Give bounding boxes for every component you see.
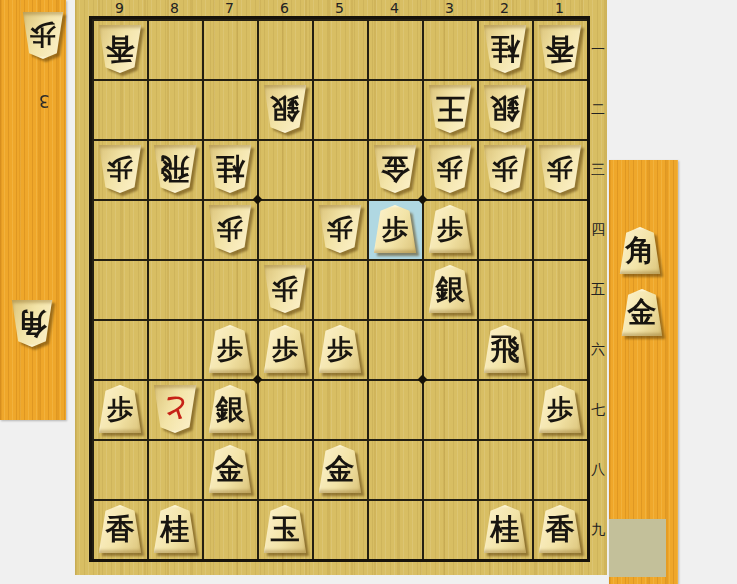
piece-kanji: 香 [106,515,135,544]
square-12[interactable] [532,79,587,139]
square-14[interactable] [532,199,587,259]
piece-kanji: 王 [436,95,465,124]
piece-gote-pawn-at-65[interactable]: 歩 [263,265,307,313]
piece-sente-gold-at-78[interactable]: 金 [208,445,252,493]
square-47[interactable] [367,379,422,439]
piece-kanji: 歩 [547,156,573,182]
square-18[interactable] [532,439,587,499]
piece-body: 歩 [208,325,252,373]
square-81[interactable] [147,19,202,79]
piece-body: 飛 [483,325,527,373]
piece-body: 金 [621,289,663,336]
piece-gote-lance-at-11[interactable]: 香 [538,25,582,73]
square-61[interactable] [257,19,312,79]
file-label-5: 5 [312,0,367,16]
sente-captured-tray [609,160,678,584]
piece-kanji: 歩 [30,23,56,49]
piece-kanji: 歩 [272,336,298,362]
piece-kanji: 銀 [271,95,300,124]
piece-kanji: 角 [18,309,47,338]
piece-kanji: 歩 [217,216,243,242]
square-71[interactable] [202,19,257,79]
square-85[interactable] [147,259,202,319]
square-28[interactable] [477,439,532,499]
piece-kanji: 歩 [492,156,518,182]
hand-piece-sente-bishop[interactable]: 角 [619,227,661,274]
square-95[interactable] [92,259,147,319]
piece-body: 歩 [318,325,362,373]
square-86[interactable] [147,319,202,379]
piece-body: 歩 [538,145,582,193]
rank-label-2: 二 [589,79,607,139]
piece-body: 歩 [538,385,582,433]
piece-sente-king-at-69[interactable]: 玉 [263,505,307,553]
piece-kanji: 飛 [161,155,190,184]
hand-piece-gote-bishop[interactable]: 角 [11,300,53,347]
piece-gote-pawn-at-54[interactable]: 歩 [318,205,362,253]
piece-kanji: と [162,396,189,422]
piece-gote-rook-at-83[interactable]: 飛 [153,145,197,193]
square-88[interactable] [147,439,202,499]
piece-body: 歩 [263,325,307,373]
file-label-3: 3 [422,0,477,16]
piece-kanji: 桂 [216,155,245,184]
piece-body: 金 [373,145,417,193]
piece-kanji: 玉 [271,515,300,544]
rank-label-9: 九 [589,499,607,559]
piece-body: 金 [208,445,252,493]
square-53[interactable] [312,139,367,199]
piece-kanji: 香 [106,35,135,64]
square-39[interactable] [422,499,477,559]
piece-sente-gold-at-58[interactable]: 金 [318,445,362,493]
piece-body: 金 [318,445,362,493]
square-82[interactable] [147,79,202,139]
piece-sente-pawn-at-76[interactable]: 歩 [208,325,252,373]
file-label-8: 8 [147,0,202,16]
piece-kanji: 金 [326,455,355,484]
square-46[interactable] [367,319,422,379]
piece-body: 香 [538,25,582,73]
hand-piece-count: 3 [39,92,50,109]
square-55[interactable] [312,259,367,319]
tray-slot-box [609,519,666,577]
piece-sente-pawn-at-34[interactable]: 歩 [428,205,472,253]
rank-label-1: 一 [589,19,607,79]
square-72[interactable] [202,79,257,139]
rank-label-4: 四 [589,199,607,259]
piece-body: 角 [619,227,661,274]
piece-body: と [153,385,197,433]
square-67[interactable] [257,379,312,439]
piece-sente-pawn-at-66[interactable]: 歩 [263,325,307,373]
piece-gote-pawn-at-23[interactable]: 歩 [483,145,527,193]
piece-kanji: 金 [628,298,657,327]
rank-label-5: 五 [589,259,607,319]
piece-body: 桂 [153,505,197,553]
piece-kanji: 歩 [107,156,133,182]
square-31[interactable] [422,19,477,79]
square-49[interactable] [367,499,422,559]
square-38[interactable] [422,439,477,499]
piece-sente-pawn-at-56[interactable]: 歩 [318,325,362,373]
rank-label-3: 三 [589,139,607,199]
piece-body: 歩 [208,205,252,253]
square-57[interactable] [312,379,367,439]
piece-kanji: 歩 [437,216,463,242]
file-label-6: 6 [257,0,312,16]
piece-gote-tokin-at-87[interactable]: と [153,385,197,433]
square-98[interactable] [92,439,147,499]
file-label-1: 1 [532,0,587,16]
rank-label-8: 八 [589,439,607,499]
piece-kanji: 銀 [491,95,520,124]
file-label-2: 2 [477,0,532,16]
piece-body: 歩 [373,205,417,253]
piece-body: 香 [98,505,142,553]
piece-sente-lance-at-19[interactable]: 香 [538,505,582,553]
square-96[interactable] [92,319,147,379]
square-59[interactable] [312,499,367,559]
piece-body: 歩 [428,205,472,253]
square-84[interactable] [147,199,202,259]
square-24[interactable] [477,199,532,259]
piece-gote-knight-at-21[interactable]: 桂 [483,25,527,73]
square-41[interactable] [367,19,422,79]
piece-gote-lance-at-91[interactable]: 香 [98,25,142,73]
piece-body: 歩 [428,145,472,193]
piece-kanji: 銀 [216,395,245,424]
piece-kanji: 歩 [107,396,133,422]
piece-gote-gold-at-43[interactable]: 金 [373,145,417,193]
square-16[interactable] [532,319,587,379]
piece-gote-king-at-32[interactable]: 王 [428,85,472,133]
piece-kanji: 歩 [272,276,298,302]
square-75[interactable] [202,259,257,319]
piece-sente-silver-at-35[interactable]: 銀 [428,265,472,313]
square-42[interactable] [367,79,422,139]
piece-kanji: 歩 [327,336,353,362]
square-52[interactable] [312,79,367,139]
piece-kanji: 桂 [491,35,520,64]
piece-body: 歩 [98,145,142,193]
piece-kanji: 角 [626,236,655,265]
piece-sente-pawn-at-44[interactable]: 歩 [373,205,417,253]
piece-kanji: 桂 [491,515,520,544]
piece-kanji: 桂 [161,515,190,544]
square-92[interactable] [92,79,147,139]
square-27[interactable] [477,379,532,439]
rank-label-6: 六 [589,319,607,379]
piece-sente-lance-at-99[interactable]: 香 [98,505,142,553]
piece-gote-pawn-at-93[interactable]: 歩 [98,145,142,193]
hand-piece-gote-pawn[interactable]: 歩 [22,12,64,59]
piece-kanji: 香 [546,515,575,544]
piece-body: 角 [11,300,53,347]
piece-kanji: 香 [546,35,575,64]
piece-kanji: 銀 [436,275,465,304]
piece-body: 桂 [483,505,527,553]
piece-gote-knight-at-73[interactable]: 桂 [208,145,252,193]
piece-body: 銀 [208,385,252,433]
square-15[interactable] [532,259,587,319]
piece-kanji: 歩 [382,216,408,242]
piece-body: 歩 [98,385,142,433]
piece-gote-pawn-at-74[interactable]: 歩 [208,205,252,253]
piece-body: 王 [428,85,472,133]
square-51[interactable] [312,19,367,79]
piece-body: 桂 [483,25,527,73]
piece-body: 桂 [208,145,252,193]
piece-body: 歩 [483,145,527,193]
piece-kanji: 歩 [327,216,353,242]
piece-body: 玉 [263,505,307,553]
piece-kanji: 飛 [491,335,520,364]
rank-label-7: 七 [589,379,607,439]
square-64[interactable] [257,199,312,259]
hand-piece-sente-gold[interactable]: 金 [621,289,663,336]
piece-kanji: 歩 [437,156,463,182]
piece-sente-pawn-at-97[interactable]: 歩 [98,385,142,433]
piece-kanji: 金 [216,455,245,484]
gote-captured-tray [0,0,66,420]
piece-body: 歩 [263,265,307,313]
square-45[interactable] [367,259,422,319]
shogi-app: 987654321 一二三四五六七八九 香桂香銀王銀歩飛桂金歩歩歩歩歩歩と歩歩銀… [0,0,737,584]
piece-body: 飛 [153,145,197,193]
piece-kanji: 金 [381,155,410,184]
piece-sente-knight-at-89[interactable]: 桂 [153,505,197,553]
piece-kanji: 歩 [547,396,573,422]
piece-body: 歩 [318,205,362,253]
square-94[interactable] [92,199,147,259]
piece-body: 銀 [483,85,527,133]
piece-body: 銀 [428,265,472,313]
piece-sente-silver-at-77[interactable]: 銀 [208,385,252,433]
piece-sente-pawn-at-17[interactable]: 歩 [538,385,582,433]
piece-gote-silver-at-62[interactable]: 銀 [263,85,307,133]
piece-body: 香 [538,505,582,553]
square-63[interactable] [257,139,312,199]
piece-gote-silver-at-22[interactable]: 銀 [483,85,527,133]
piece-gote-pawn-at-33[interactable]: 歩 [428,145,472,193]
piece-body: 歩 [22,12,64,59]
piece-kanji: 歩 [217,336,243,362]
piece-body: 銀 [263,85,307,133]
square-48[interactable] [367,439,422,499]
piece-body: 香 [98,25,142,73]
file-label-7: 7 [202,0,257,16]
square-36[interactable] [422,319,477,379]
square-79[interactable] [202,499,257,559]
square-68[interactable] [257,439,312,499]
piece-sente-knight-at-29[interactable]: 桂 [483,505,527,553]
file-label-4: 4 [367,0,422,16]
piece-gote-pawn-at-13[interactable]: 歩 [538,145,582,193]
square-25[interactable] [477,259,532,319]
file-label-9: 9 [92,0,147,16]
square-37[interactable] [422,379,477,439]
piece-sente-rook-at-26[interactable]: 飛 [483,325,527,373]
